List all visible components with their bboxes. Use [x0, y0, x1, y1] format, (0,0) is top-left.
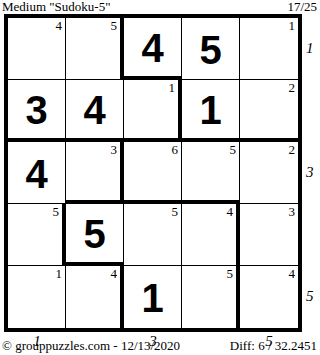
corner-digit: 2	[289, 142, 296, 157]
corner-digit: 3	[111, 142, 118, 157]
cell-r5c3[interactable]: 1	[124, 266, 182, 328]
cell-r2c1[interactable]: 3	[8, 80, 66, 142]
progress-counter: 17/25	[287, 0, 317, 13]
corner-digit: 1	[289, 18, 296, 33]
cell-r3c2[interactable]: 3	[66, 142, 124, 204]
page-title: Medium "Sudoku-5"	[2, 0, 110, 13]
cell-r4c1[interactable]: 5	[8, 204, 66, 266]
big-digit: 3	[25, 90, 47, 130]
board-wrap: 4545134112436525554314154 135135	[4, 14, 302, 332]
corner-digit: 6	[172, 142, 179, 157]
cell-r2c2[interactable]: 4	[66, 80, 124, 142]
row-label-1: 1	[306, 40, 314, 56]
corner-digit: 5	[111, 18, 118, 33]
corner-digit: 4	[227, 204, 234, 219]
footer: © grouppuzzles.com - 12/13/2020 Diff: 6 …	[2, 339, 317, 353]
cell-r2c4[interactable]: 1	[182, 80, 240, 142]
cell-r1c3[interactable]: 4	[124, 18, 182, 80]
big-digit: 5	[199, 30, 221, 70]
corner-digit: 1	[56, 266, 63, 281]
cell-r1c2[interactable]: 5	[66, 18, 124, 80]
corner-digit: 3	[289, 204, 296, 219]
big-digit: 4	[25, 154, 47, 194]
big-digit: 4	[141, 28, 163, 68]
header: Medium "Sudoku-5" 17/25	[2, 0, 317, 14]
corner-digit: 5	[227, 266, 234, 281]
cell-r1c4[interactable]: 5	[182, 18, 240, 80]
corner-digit: 4	[289, 266, 296, 281]
cell-r3c1[interactable]: 4	[8, 142, 66, 204]
cell-r5c5[interactable]: 4	[240, 266, 298, 328]
puzzle-page: Medium "Sudoku-5" 17/25 4545134112436525…	[0, 0, 320, 355]
big-digit: 1	[199, 90, 221, 130]
corner-digit: 4	[111, 266, 118, 281]
row-label-5: 5	[306, 288, 314, 304]
cell-r4c4[interactable]: 4	[182, 204, 240, 266]
cell-r4c3[interactable]: 5	[124, 204, 182, 266]
cell-r3c4[interactable]: 5	[182, 142, 240, 204]
cell-r5c2[interactable]: 4	[66, 266, 124, 328]
corner-digit: 5	[172, 204, 179, 219]
cell-r3c3[interactable]: 6	[124, 142, 182, 204]
big-digit: 4	[83, 90, 105, 130]
cell-r4c2[interactable]: 5	[66, 204, 124, 266]
corner-digit: 2	[289, 80, 296, 95]
cell-r3c5[interactable]: 2	[240, 142, 298, 204]
cell-r1c1[interactable]: 4	[8, 18, 66, 80]
corner-digit: 5	[53, 204, 60, 219]
board: 4545134112436525554314154	[4, 14, 302, 332]
difficulty-text: Diff: 6 / 32.2451	[230, 339, 317, 353]
cell-r4c5[interactable]: 3	[240, 204, 298, 266]
corner-digit: 4	[56, 18, 63, 33]
cell-r2c5[interactable]: 2	[240, 80, 298, 142]
row-label-3: 3	[306, 164, 314, 180]
corner-digit: 1	[169, 80, 176, 95]
corner-digit: 5	[230, 142, 237, 157]
cell-r2c3[interactable]: 1	[124, 80, 182, 142]
big-digit: 1	[141, 278, 163, 318]
cell-r5c4[interactable]: 5	[182, 266, 240, 328]
cell-r1c5[interactable]: 1	[240, 18, 298, 80]
cell-r5c1[interactable]: 1	[8, 266, 66, 328]
big-digit: 5	[83, 214, 105, 254]
copyright-text: © grouppuzzles.com - 12/13/2020	[2, 339, 180, 353]
